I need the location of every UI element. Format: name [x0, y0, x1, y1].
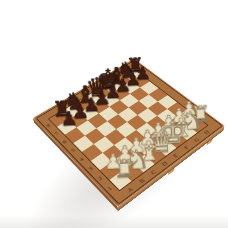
background-vignette	[0, 215, 228, 228]
chess-set-photo: 87654321 ABCDEFGH ♜♞♝♛♚♝♞♜♟♟♟♟♟♟♟♟♟♟♟♟♟♟…	[0, 0, 228, 228]
